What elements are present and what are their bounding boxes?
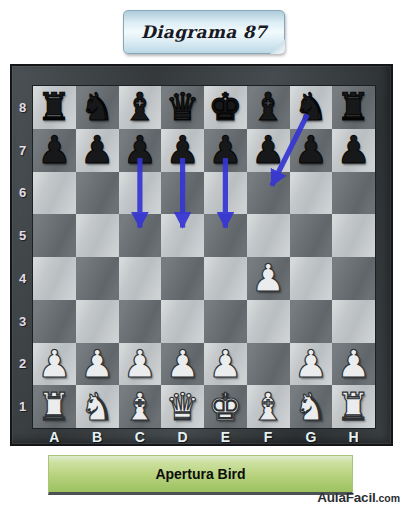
square-b5	[76, 214, 119, 257]
rank-label-2: 2	[12, 343, 33, 386]
rank-label-8: 8	[12, 86, 33, 129]
rank-label-5: 5	[12, 214, 33, 257]
square-c7: ♟	[119, 129, 162, 172]
square-a4	[33, 257, 76, 300]
square-e4	[204, 257, 247, 300]
piece-white-queen-d1: ♛	[166, 386, 200, 428]
square-e2: ♟	[204, 343, 247, 386]
file-label-c: C	[119, 428, 162, 445]
diagram-title: Diagrama 87	[141, 22, 267, 42]
square-f6	[247, 172, 290, 215]
square-a6	[33, 172, 76, 215]
folded-corner-icon	[270, 39, 285, 54]
piece-white-pawn-c2: ♟	[123, 343, 157, 385]
rank-labels: 87654321	[12, 86, 33, 428]
square-h1: ♜	[332, 385, 375, 428]
piece-black-pawn-a7: ♟	[37, 129, 71, 171]
piece-black-pawn-g7: ♟	[294, 129, 328, 171]
piece-black-pawn-b7: ♟	[80, 129, 114, 171]
square-f8: ♝	[247, 86, 290, 129]
square-c2: ♟	[119, 343, 162, 386]
piece-black-rook-h8: ♜	[337, 86, 371, 128]
square-a8: ♜	[33, 86, 76, 129]
piece-white-bishop-f1: ♝	[251, 386, 285, 428]
square-g7: ♟	[290, 129, 333, 172]
square-b2: ♟	[76, 343, 119, 386]
board-squares: ♜♞♝♛♚♝♞♜♟♟♟♟♟♟♟♟♟♟♟♟♟♟♟♟♜♞♝♛♚♝♞♜	[33, 86, 375, 428]
piece-white-rook-a1: ♜	[37, 386, 71, 428]
file-label-h: H	[332, 428, 375, 445]
file-label-b: B	[76, 428, 119, 445]
square-f3	[247, 300, 290, 343]
rank-label-3: 3	[12, 300, 33, 343]
square-b3	[76, 300, 119, 343]
piece-white-pawn-f4: ♟	[251, 257, 285, 299]
piece-white-rook-h1: ♜	[337, 386, 371, 428]
piece-black-rook-a8: ♜	[37, 86, 71, 128]
square-h6	[332, 172, 375, 215]
square-f1: ♝	[247, 385, 290, 428]
square-g8: ♞	[290, 86, 333, 129]
square-c6	[119, 172, 162, 215]
square-d6	[161, 172, 204, 215]
square-h3	[332, 300, 375, 343]
square-d3	[161, 300, 204, 343]
square-a7: ♟	[33, 129, 76, 172]
rank-label-6: 6	[12, 172, 33, 215]
square-h5	[332, 214, 375, 257]
square-h4	[332, 257, 375, 300]
page: Diagrama 87 87654321 ♜♞♝♛♚♝♞♜♟♟♟♟♟♟♟♟♟♟♟…	[0, 0, 402, 506]
piece-black-knight-g8: ♞	[294, 86, 328, 128]
square-d2: ♟	[161, 343, 204, 386]
square-e5	[204, 214, 247, 257]
square-g3	[290, 300, 333, 343]
file-label-g: G	[290, 428, 333, 445]
square-a3	[33, 300, 76, 343]
square-f5	[247, 214, 290, 257]
piece-white-pawn-b2: ♟	[80, 343, 114, 385]
square-f4: ♟	[247, 257, 290, 300]
square-g4	[290, 257, 333, 300]
rank-label-4: 4	[12, 257, 33, 300]
piece-black-queen-d8: ♛	[166, 86, 200, 128]
square-g5	[290, 214, 333, 257]
file-labels: ABCDEFGH	[33, 428, 375, 445]
piece-white-pawn-h2: ♟	[337, 343, 371, 385]
square-d7: ♟	[161, 129, 204, 172]
square-e6	[204, 172, 247, 215]
site-watermark: AulaFacil.com	[317, 488, 400, 506]
square-g1: ♞	[290, 385, 333, 428]
piece-black-pawn-d7: ♟	[166, 129, 200, 171]
piece-black-pawn-h7: ♟	[337, 129, 371, 171]
piece-white-knight-b1: ♞	[80, 386, 114, 428]
square-b1: ♞	[76, 385, 119, 428]
square-e3	[204, 300, 247, 343]
square-b8: ♞	[76, 86, 119, 129]
piece-black-knight-b8: ♞	[80, 86, 114, 128]
opening-name: Apertura Bird	[155, 466, 245, 482]
square-c5	[119, 214, 162, 257]
rank-label-1: 1	[12, 385, 33, 428]
square-c4	[119, 257, 162, 300]
square-c8: ♝	[119, 86, 162, 129]
piece-black-king-e8: ♚	[208, 86, 242, 128]
square-h2: ♟	[332, 343, 375, 386]
square-d4	[161, 257, 204, 300]
piece-white-king-e1: ♚	[208, 386, 242, 428]
watermark-tld: .com	[375, 492, 400, 504]
piece-white-pawn-e2: ♟	[208, 343, 242, 385]
square-h8: ♜	[332, 86, 375, 129]
piece-black-pawn-e7: ♟	[208, 129, 242, 171]
square-a1: ♜	[33, 385, 76, 428]
file-label-e: E	[204, 428, 247, 445]
square-a5	[33, 214, 76, 257]
square-c1: ♝	[119, 385, 162, 428]
piece-black-bishop-f8: ♝	[251, 86, 285, 128]
square-e1: ♚	[204, 385, 247, 428]
square-d8: ♛	[161, 86, 204, 129]
piece-black-pawn-f7: ♟	[251, 129, 285, 171]
piece-white-bishop-c1: ♝	[123, 386, 157, 428]
square-d5	[161, 214, 204, 257]
file-label-a: A	[33, 428, 76, 445]
square-f7: ♟	[247, 129, 290, 172]
chess-board: 87654321 ♜♞♝♛♚♝♞♜♟♟♟♟♟♟♟♟♟♟♟♟♟♟♟♟♜♞♝♛♚♝♞…	[10, 64, 393, 446]
square-b6	[76, 172, 119, 215]
piece-white-pawn-d2: ♟	[166, 343, 200, 385]
file-label-f: F	[247, 428, 290, 445]
piece-black-bishop-c8: ♝	[123, 86, 157, 128]
square-b4	[76, 257, 119, 300]
square-e8: ♚	[204, 86, 247, 129]
square-g2: ♟	[290, 343, 333, 386]
square-b7: ♟	[76, 129, 119, 172]
rank-label-7: 7	[12, 129, 33, 172]
piece-white-pawn-a2: ♟	[37, 343, 71, 385]
piece-white-pawn-g2: ♟	[294, 343, 328, 385]
opening-name-banner: Apertura Bird	[48, 455, 353, 495]
square-a2: ♟	[33, 343, 76, 386]
square-f2	[247, 343, 290, 386]
piece-white-knight-g1: ♞	[294, 386, 328, 428]
square-h7: ♟	[332, 129, 375, 172]
square-c3	[119, 300, 162, 343]
square-g6	[290, 172, 333, 215]
diagram-title-box: Diagrama 87	[123, 10, 285, 54]
watermark-brand: AulaFacil	[317, 490, 375, 505]
square-e7: ♟	[204, 129, 247, 172]
file-label-d: D	[161, 428, 204, 445]
piece-black-pawn-c7: ♟	[123, 129, 157, 171]
square-d1: ♛	[161, 385, 204, 428]
